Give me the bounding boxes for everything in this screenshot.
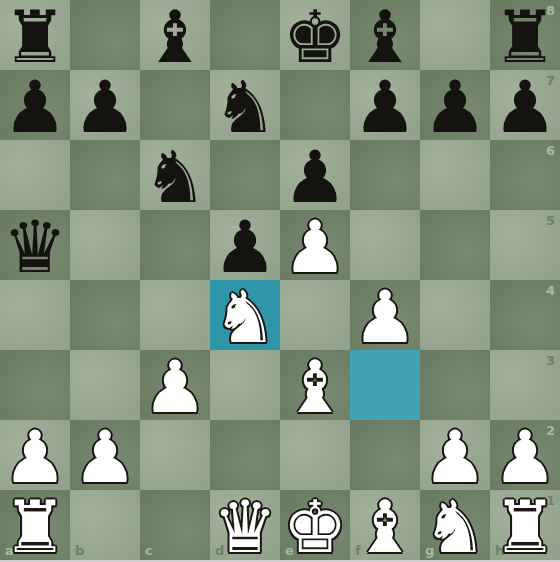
black-queen-a5[interactable]: ♛: [3, 209, 68, 282]
file-label-b: b: [75, 543, 84, 558]
square-e6[interactable]: ♟: [280, 140, 350, 210]
white-pawn-h2[interactable]: ♟: [493, 419, 558, 492]
rank-label-5: 5: [546, 213, 555, 228]
square-d7[interactable]: ♞: [210, 70, 280, 140]
square-e1[interactable]: e♚: [280, 490, 350, 560]
square-a8[interactable]: ♜: [0, 0, 70, 70]
square-d6[interactable]: [210, 140, 280, 210]
square-f2[interactable]: [350, 420, 420, 490]
white-knight-d4[interactable]: ♞: [213, 279, 278, 352]
square-f7[interactable]: ♟: [350, 70, 420, 140]
square-g7[interactable]: ♟: [420, 70, 490, 140]
square-c1[interactable]: c: [140, 490, 210, 560]
square-b4[interactable]: [70, 280, 140, 350]
square-e3[interactable]: ♝: [280, 350, 350, 420]
square-g3[interactable]: [420, 350, 490, 420]
square-c8[interactable]: ♝: [140, 0, 210, 70]
square-h6[interactable]: 6: [490, 140, 560, 210]
square-h2[interactable]: 2♟: [490, 420, 560, 490]
square-g2[interactable]: ♟: [420, 420, 490, 490]
square-a7[interactable]: ♟: [0, 70, 70, 140]
square-d2[interactable]: [210, 420, 280, 490]
black-pawn-h7[interactable]: ♟: [493, 69, 558, 142]
black-bishop-f8[interactable]: ♝: [353, 0, 418, 72]
square-a3[interactable]: [0, 350, 70, 420]
square-c3[interactable]: ♟: [140, 350, 210, 420]
square-g8[interactable]: [420, 0, 490, 70]
white-rook-h1[interactable]: ♜: [493, 489, 558, 562]
square-a6[interactable]: [0, 140, 70, 210]
file-label-c: c: [145, 543, 153, 558]
square-a1[interactable]: a♜: [0, 490, 70, 560]
rank-label-4: 4: [546, 283, 555, 298]
square-e7[interactable]: [280, 70, 350, 140]
square-f5[interactable]: [350, 210, 420, 280]
square-b6[interactable]: [70, 140, 140, 210]
square-h4[interactable]: 4: [490, 280, 560, 350]
square-h8[interactable]: 8♜: [490, 0, 560, 70]
square-c7[interactable]: [140, 70, 210, 140]
square-h7[interactable]: 7♟: [490, 70, 560, 140]
square-g4[interactable]: [420, 280, 490, 350]
black-bishop-c8[interactable]: ♝: [143, 0, 208, 72]
square-d3[interactable]: [210, 350, 280, 420]
white-pawn-b2[interactable]: ♟: [73, 419, 138, 492]
white-bishop-e3[interactable]: ♝: [283, 349, 348, 422]
white-bishop-f1[interactable]: ♝: [353, 489, 418, 562]
black-king-e8[interactable]: ♚: [283, 0, 348, 72]
square-b1[interactable]: b: [70, 490, 140, 560]
square-g5[interactable]: [420, 210, 490, 280]
square-d4[interactable]: ♞: [210, 280, 280, 350]
black-knight-d7[interactable]: ♞: [213, 69, 278, 142]
black-pawn-d5[interactable]: ♟: [213, 209, 278, 282]
square-b8[interactable]: [70, 0, 140, 70]
square-g1[interactable]: g♞: [420, 490, 490, 560]
square-d5[interactable]: ♟: [210, 210, 280, 280]
square-c4[interactable]: [140, 280, 210, 350]
square-f1[interactable]: f♝: [350, 490, 420, 560]
square-h3[interactable]: 3: [490, 350, 560, 420]
black-rook-h8[interactable]: ♜: [493, 0, 558, 72]
white-rook-a1[interactable]: ♜: [3, 489, 68, 562]
black-rook-a8[interactable]: ♜: [3, 0, 68, 72]
square-b5[interactable]: [70, 210, 140, 280]
chess-board: ♜♝♚♝8♜♟♟♞♟♟7♟♞♟6♛♟♟5♞♟4♟♝3♟♟♟2♟a♜bcd♛e♚f…: [0, 0, 560, 560]
square-d1[interactable]: d♛: [210, 490, 280, 560]
square-e2[interactable]: [280, 420, 350, 490]
white-knight-g1[interactable]: ♞: [423, 489, 488, 562]
black-pawn-a7[interactable]: ♟: [3, 69, 68, 142]
square-b2[interactable]: ♟: [70, 420, 140, 490]
square-a5[interactable]: ♛: [0, 210, 70, 280]
white-pawn-c3[interactable]: ♟: [143, 349, 208, 422]
square-c2[interactable]: [140, 420, 210, 490]
square-b3[interactable]: [70, 350, 140, 420]
square-e5[interactable]: ♟: [280, 210, 350, 280]
square-f4[interactable]: ♟: [350, 280, 420, 350]
black-knight-c6[interactable]: ♞: [143, 139, 208, 212]
white-pawn-a2[interactable]: ♟: [3, 419, 68, 492]
white-queen-d1[interactable]: ♛: [213, 489, 278, 562]
square-h1[interactable]: 1h♜: [490, 490, 560, 560]
square-f6[interactable]: [350, 140, 420, 210]
black-pawn-g7[interactable]: ♟: [423, 69, 488, 142]
square-a2[interactable]: ♟: [0, 420, 70, 490]
square-f8[interactable]: ♝: [350, 0, 420, 70]
square-g6[interactable]: [420, 140, 490, 210]
black-pawn-f7[interactable]: ♟: [353, 69, 418, 142]
black-pawn-e6[interactable]: ♟: [283, 139, 348, 212]
square-c5[interactable]: [140, 210, 210, 280]
white-pawn-e5[interactable]: ♟: [283, 209, 348, 282]
rank-label-3: 3: [546, 353, 555, 368]
black-pawn-b7[interactable]: ♟: [73, 69, 138, 142]
white-pawn-g2[interactable]: ♟: [423, 419, 488, 492]
square-c6[interactable]: ♞: [140, 140, 210, 210]
square-d8[interactable]: [210, 0, 280, 70]
square-e8[interactable]: ♚: [280, 0, 350, 70]
square-e4[interactable]: [280, 280, 350, 350]
square-b7[interactable]: ♟: [70, 70, 140, 140]
square-a4[interactable]: [0, 280, 70, 350]
white-pawn-f4[interactable]: ♟: [353, 279, 418, 352]
square-h5[interactable]: 5: [490, 210, 560, 280]
white-king-e1[interactable]: ♚: [283, 489, 348, 562]
square-f3[interactable]: [350, 350, 420, 420]
